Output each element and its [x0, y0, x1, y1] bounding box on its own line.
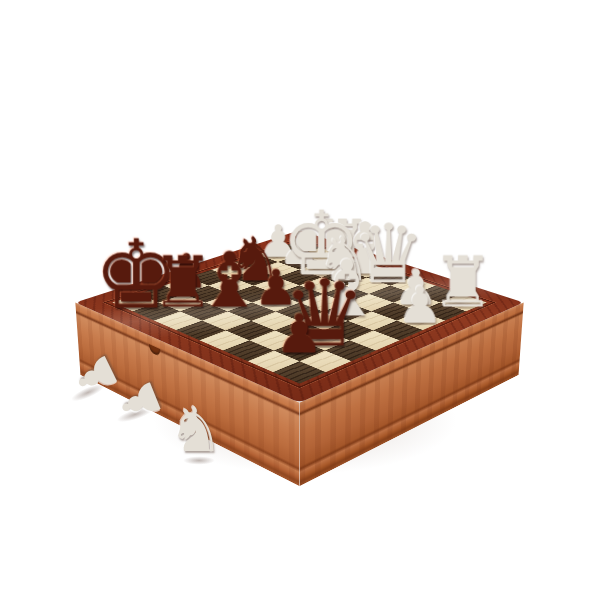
square-b8[interactable] [133, 303, 181, 321]
square-d8[interactable] [176, 321, 225, 340]
square-c8[interactable] [154, 311, 202, 330]
captured-white-knight-standing[interactable]: ♞ [168, 399, 224, 461]
box-lid-notch [149, 344, 161, 357]
square-c7[interactable] [180, 303, 228, 321]
chess-scene: ♚♜♟♝♛♟♟♞♝♟♟♟♚♞♟♜♝♛♜ ♟♟♞ [0, 0, 600, 600]
square-h7[interactable] [300, 350, 352, 372]
square-d7[interactable] [203, 311, 251, 330]
scene-3d: ♚♜♟♝♛♟♟♞♝♟♟♟♚♞♟♜♝♛♜ [0, 0, 600, 600]
square-e8[interactable] [199, 330, 249, 350]
square-h8[interactable] [273, 361, 326, 384]
chess-piece-glyph: ♞ [168, 393, 224, 466]
square-g8[interactable] [247, 350, 299, 372]
square-h4[interactable] [374, 321, 423, 340]
